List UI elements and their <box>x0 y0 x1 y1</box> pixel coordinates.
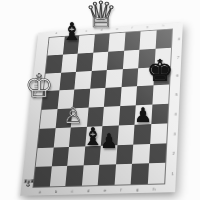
rank-label-3: 3 <box>173 131 176 136</box>
white-king-a5[interactable]: ♔ <box>25 70 54 102</box>
file-label-top-a: a <box>55 31 57 34</box>
square-f2 <box>116 144 134 164</box>
square-e6 <box>105 69 122 88</box>
black-pawn-g4[interactable]: ♟ <box>134 105 152 125</box>
file-label-e: e <box>103 188 106 193</box>
file-label-g: g <box>136 187 139 192</box>
rank-label-5: 5 <box>175 92 178 97</box>
file-label-f: f <box>120 187 122 192</box>
square-d1 <box>81 165 99 186</box>
rank-label-6: 6 <box>176 73 179 78</box>
rank-label-8: 8 <box>178 37 181 42</box>
square-d5 <box>88 88 105 108</box>
file-label-top-g: g <box>146 25 148 29</box>
file-label-d: d <box>87 188 90 193</box>
square-c1 <box>65 166 83 186</box>
white-pawn-c4[interactable]: ♙ <box>63 105 83 127</box>
square-d8 <box>93 34 110 53</box>
square-c7 <box>76 52 93 71</box>
square-h3 <box>150 123 168 143</box>
file-label-top-f: f <box>131 26 132 29</box>
white-queen-d8[interactable]: ♕ <box>85 0 117 33</box>
square-h8 <box>155 29 172 48</box>
square-f8 <box>124 32 141 51</box>
square-h1 <box>147 163 165 184</box>
rank-label-4: 4 <box>174 112 177 117</box>
square-h2 <box>149 143 167 164</box>
rank-label-1: 1 <box>171 171 174 176</box>
square-c6 <box>74 71 91 90</box>
square-e8 <box>108 33 125 52</box>
chess-board-photo: abcdefgh abcdefgh 87654321 ⊕CHESS ♜♛♜ ✠ … <box>0 0 200 200</box>
square-e1 <box>98 165 116 186</box>
square-g2 <box>132 144 150 165</box>
black-bishop-b8[interactable]: ♝ <box>61 20 83 44</box>
square-f7 <box>122 50 139 69</box>
square-g8 <box>139 30 156 49</box>
square-f1 <box>114 164 132 185</box>
black-pawn-e3[interactable]: ♟ <box>100 131 118 151</box>
square-h4 <box>151 104 168 124</box>
square-e4 <box>102 106 119 126</box>
file-label-c: c <box>71 189 74 194</box>
black-king-h6[interactable]: ♚ <box>147 56 174 86</box>
square-d6 <box>90 70 107 89</box>
square-g1 <box>131 164 149 185</box>
square-f3 <box>117 125 135 145</box>
square-f6 <box>121 68 138 87</box>
rank-label-2: 2 <box>172 151 175 156</box>
file-labels-bottom: abcdefgh <box>32 186 163 194</box>
file-label-top-h: h <box>162 24 164 28</box>
file-label-a: a <box>39 189 42 194</box>
rank-label-7: 7 <box>177 55 180 60</box>
club-emblem-logo: ♜♛♜ ✠ <box>21 179 35 188</box>
emblem-cross-icon: ✠ <box>21 183 35 188</box>
file-label-h: h <box>153 187 156 192</box>
file-label-b: b <box>55 189 58 194</box>
square-e7 <box>107 51 124 70</box>
square-d7 <box>91 52 108 71</box>
square-e5 <box>104 87 121 107</box>
vinyl-chess-mat: abcdefgh abcdefgh 87654321 ⊕CHESS ♜♛♜ ✠ <box>20 23 183 196</box>
